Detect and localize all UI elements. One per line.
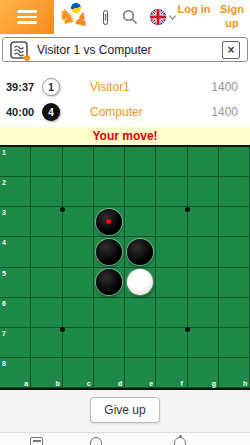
black-player-name[interactable]: Computer bbox=[90, 105, 143, 119]
search-icon[interactable] bbox=[122, 9, 138, 25]
board-cell-b3[interactable] bbox=[31, 207, 62, 237]
chevron-down-icon bbox=[168, 13, 177, 22]
board-cell-f7[interactable] bbox=[156, 328, 187, 358]
board-cell-e4[interactable] bbox=[125, 237, 156, 267]
black-disc bbox=[96, 239, 122, 265]
board-cell-c1[interactable] bbox=[63, 147, 94, 177]
player-row-black: 40:00 4 Computer 1400 bbox=[6, 101, 250, 123]
login-link[interactable]: Log in bbox=[177, 3, 211, 31]
black-disc-count: 4 bbox=[42, 103, 60, 121]
board-nav-icon[interactable] bbox=[30, 437, 43, 445]
board-cell-c2[interactable] bbox=[63, 177, 94, 207]
player-row-white: 39:37 1 Visitor1 1400 bbox=[6, 76, 250, 98]
language-selector[interactable] bbox=[150, 9, 177, 25]
board-cell-h3[interactable] bbox=[219, 207, 250, 237]
hamburger-icon bbox=[17, 10, 37, 13]
board-cell-c6[interactable] bbox=[63, 298, 94, 328]
board-cell-c3[interactable] bbox=[63, 207, 94, 237]
board-cell-d3[interactable] bbox=[94, 207, 125, 237]
board-cell-b5[interactable] bbox=[31, 268, 62, 298]
row-label-2: 2 bbox=[2, 179, 6, 187]
white-player-name[interactable]: Visitor1 bbox=[90, 80, 130, 94]
board-cell-c4[interactable] bbox=[63, 237, 94, 267]
board-cell-b6[interactable] bbox=[31, 298, 62, 328]
exclamation-glyph: ! bbox=[104, 12, 107, 22]
col-label-h: h bbox=[243, 380, 247, 388]
black-disc bbox=[96, 269, 122, 295]
board-cell-h1[interactable] bbox=[219, 147, 250, 177]
black-disc bbox=[127, 239, 153, 265]
star-point bbox=[185, 207, 190, 212]
board-cell-h6[interactable] bbox=[219, 298, 250, 328]
last-move-marker bbox=[106, 219, 111, 224]
board-cell-e7[interactable] bbox=[125, 328, 156, 358]
white-player-rating: 1400 bbox=[211, 80, 238, 94]
board-cell-f3[interactable] bbox=[156, 207, 187, 237]
board-cell-c5[interactable] bbox=[63, 268, 94, 298]
board-cell-g7[interactable] bbox=[188, 328, 219, 358]
board-cell-b7[interactable] bbox=[31, 328, 62, 358]
board-cell-f1[interactable] bbox=[156, 147, 187, 177]
signup-link[interactable]: Sign up bbox=[215, 3, 249, 31]
game-bar: Visitor 1 vs Computer × bbox=[2, 37, 248, 62]
star-point bbox=[60, 207, 65, 212]
app-header: ♞ ♟ ! Log in Sign up bbox=[0, 0, 250, 34]
white-clock: 39:37 bbox=[6, 81, 42, 93]
board-cell-f2[interactable] bbox=[156, 177, 187, 207]
board-cell-e6[interactable] bbox=[125, 298, 156, 328]
give-up-button[interactable]: Give up bbox=[90, 397, 159, 423]
row-label-7: 7 bbox=[2, 330, 6, 338]
board-cell-d2[interactable] bbox=[94, 177, 125, 207]
white-disc-count: 1 bbox=[42, 78, 60, 96]
board-footer: Give up bbox=[0, 390, 250, 432]
row-label-3: 3 bbox=[2, 209, 6, 217]
row-label-1: 1 bbox=[2, 149, 6, 157]
black-clock: 40:00 bbox=[6, 106, 42, 118]
col-label-d: d bbox=[118, 380, 122, 388]
board-cell-f5[interactable] bbox=[156, 268, 187, 298]
bell-nav-icon[interactable] bbox=[174, 437, 186, 445]
board-cell-d6[interactable] bbox=[94, 298, 125, 328]
row-label-5: 5 bbox=[2, 270, 6, 278]
board-cell-h4[interactable] bbox=[219, 237, 250, 267]
black-disc bbox=[96, 209, 122, 235]
board-cell-d5[interactable] bbox=[94, 268, 125, 298]
board-cell-g6[interactable] bbox=[188, 298, 219, 328]
board-cell-g4[interactable] bbox=[188, 237, 219, 267]
board-cell-d7[interactable] bbox=[94, 328, 125, 358]
board-cell-e3[interactable] bbox=[125, 207, 156, 237]
feedback-bubble-icon[interactable]: ! bbox=[103, 10, 108, 25]
board-cell-g5[interactable] bbox=[188, 268, 219, 298]
row-label-6: 6 bbox=[2, 300, 6, 308]
board-cell-g1[interactable] bbox=[188, 147, 219, 177]
board-cell-f4[interactable] bbox=[156, 237, 187, 267]
board-grid bbox=[0, 147, 250, 388]
bottom-nav bbox=[0, 432, 250, 445]
black-player-rating: 1400 bbox=[211, 105, 238, 119]
close-button[interactable]: × bbox=[222, 41, 240, 59]
board-cell-g3[interactable] bbox=[188, 207, 219, 237]
col-label-a: a bbox=[24, 380, 28, 388]
board-cell-c7[interactable] bbox=[63, 328, 94, 358]
board-cell-b2[interactable] bbox=[31, 177, 62, 207]
board-cell-d4[interactable] bbox=[94, 237, 125, 267]
white-disc bbox=[127, 269, 153, 295]
col-label-b: b bbox=[56, 380, 60, 388]
board-cell-e2[interactable] bbox=[125, 177, 156, 207]
board-cell-h7[interactable] bbox=[219, 328, 250, 358]
board-cell-e1[interactable] bbox=[125, 147, 156, 177]
notification-dot bbox=[24, 55, 30, 61]
board-cell-f6[interactable] bbox=[156, 298, 187, 328]
col-label-c: c bbox=[87, 380, 91, 388]
status-banner: Your move! bbox=[0, 127, 250, 145]
board-cell-d1[interactable] bbox=[94, 147, 125, 177]
board-cell-g2[interactable] bbox=[188, 177, 219, 207]
uk-flag-icon bbox=[150, 9, 166, 25]
col-label-f: f bbox=[181, 380, 183, 388]
col-label-g: g bbox=[212, 380, 216, 388]
site-logo[interactable]: ♞ ♟ bbox=[57, 2, 97, 32]
board-cell-h2[interactable] bbox=[219, 177, 250, 207]
col-label-e: e bbox=[149, 380, 153, 388]
game-title: Visitor 1 vs Computer bbox=[37, 43, 152, 57]
board-cell-e5[interactable] bbox=[125, 268, 156, 298]
board-cell-b4[interactable] bbox=[31, 237, 62, 267]
board: 12345678abcdefgh bbox=[0, 145, 250, 390]
row-label-8: 8 bbox=[2, 360, 6, 368]
menu-button[interactable] bbox=[0, 0, 54, 34]
clock-nav-icon[interactable] bbox=[90, 437, 102, 445]
moves-list-icon[interactable] bbox=[10, 41, 28, 59]
board-cell-b1[interactable] bbox=[31, 147, 62, 177]
players-panel: 39:37 1 Visitor1 1400 40:00 4 Computer 1… bbox=[0, 64, 250, 127]
board-cell-h5[interactable] bbox=[219, 268, 250, 298]
row-label-4: 4 bbox=[2, 239, 6, 247]
